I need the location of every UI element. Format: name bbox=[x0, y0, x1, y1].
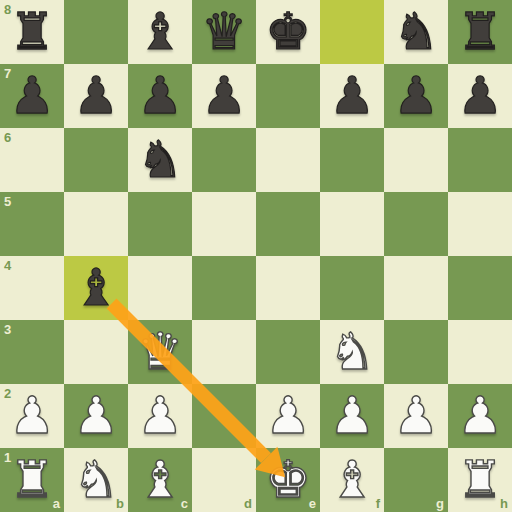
piece-white-bishop[interactable]: ♝ bbox=[329, 448, 375, 512]
square-d5[interactable] bbox=[192, 192, 256, 256]
square-a7[interactable]: 7♟ bbox=[0, 64, 64, 128]
square-a1[interactable]: 1a♜ bbox=[0, 448, 64, 512]
piece-black-queen[interactable]: ♛ bbox=[201, 0, 247, 64]
square-c3[interactable]: ♛ bbox=[128, 320, 192, 384]
square-d8[interactable]: ♛ bbox=[192, 0, 256, 64]
square-f1[interactable]: f♝ bbox=[320, 448, 384, 512]
square-g6[interactable] bbox=[384, 128, 448, 192]
square-e8[interactable]: ♚ bbox=[256, 0, 320, 64]
square-f8[interactable] bbox=[320, 0, 384, 64]
square-g5[interactable] bbox=[384, 192, 448, 256]
square-e1[interactable]: e♚ bbox=[256, 448, 320, 512]
chess-board: 8♜♝♛♚♞♜7♟♟♟♟♟♟♟6♞54♝3♛♞2♟♟♟♟♟♟♟1a♜b♞c♝de… bbox=[0, 0, 512, 512]
square-a2[interactable]: 2♟ bbox=[0, 384, 64, 448]
piece-white-king[interactable]: ♚ bbox=[265, 448, 311, 512]
square-a8[interactable]: 8♜ bbox=[0, 0, 64, 64]
square-h3[interactable] bbox=[448, 320, 512, 384]
square-a5[interactable]: 5 bbox=[0, 192, 64, 256]
piece-black-king[interactable]: ♚ bbox=[265, 0, 311, 64]
square-e4[interactable] bbox=[256, 256, 320, 320]
file-label-e: e bbox=[309, 496, 316, 511]
square-d3[interactable] bbox=[192, 320, 256, 384]
square-c6[interactable]: ♞ bbox=[128, 128, 192, 192]
square-g3[interactable] bbox=[384, 320, 448, 384]
square-h2[interactable]: ♟ bbox=[448, 384, 512, 448]
square-c2[interactable]: ♟ bbox=[128, 384, 192, 448]
square-f7[interactable]: ♟ bbox=[320, 64, 384, 128]
piece-black-pawn[interactable]: ♟ bbox=[329, 64, 375, 128]
piece-white-pawn[interactable]: ♟ bbox=[9, 384, 55, 448]
file-label-g: g bbox=[436, 496, 444, 511]
square-g7[interactable]: ♟ bbox=[384, 64, 448, 128]
file-label-b: b bbox=[116, 496, 124, 511]
square-e2[interactable]: ♟ bbox=[256, 384, 320, 448]
square-c1[interactable]: c♝ bbox=[128, 448, 192, 512]
square-d6[interactable] bbox=[192, 128, 256, 192]
piece-black-pawn[interactable]: ♟ bbox=[137, 64, 183, 128]
square-h6[interactable] bbox=[448, 128, 512, 192]
square-d2[interactable] bbox=[192, 384, 256, 448]
square-e6[interactable] bbox=[256, 128, 320, 192]
square-c7[interactable]: ♟ bbox=[128, 64, 192, 128]
square-d7[interactable]: ♟ bbox=[192, 64, 256, 128]
rank-label-4: 4 bbox=[4, 258, 11, 273]
square-f5[interactable] bbox=[320, 192, 384, 256]
square-f6[interactable] bbox=[320, 128, 384, 192]
piece-black-bishop[interactable]: ♝ bbox=[137, 0, 183, 64]
square-a4[interactable]: 4 bbox=[0, 256, 64, 320]
square-d1[interactable]: d bbox=[192, 448, 256, 512]
file-label-a: a bbox=[53, 496, 60, 511]
piece-white-pawn[interactable]: ♟ bbox=[265, 384, 311, 448]
square-b5[interactable] bbox=[64, 192, 128, 256]
piece-black-rook[interactable]: ♜ bbox=[457, 0, 503, 64]
square-a6[interactable]: 6 bbox=[0, 128, 64, 192]
square-b4[interactable]: ♝ bbox=[64, 256, 128, 320]
square-h8[interactable]: ♜ bbox=[448, 0, 512, 64]
square-g2[interactable]: ♟ bbox=[384, 384, 448, 448]
file-label-f: f bbox=[376, 496, 380, 511]
piece-black-pawn[interactable]: ♟ bbox=[457, 64, 503, 128]
square-f2[interactable]: ♟ bbox=[320, 384, 384, 448]
file-label-d: d bbox=[244, 496, 252, 511]
piece-black-knight[interactable]: ♞ bbox=[137, 128, 183, 192]
piece-white-pawn[interactable]: ♟ bbox=[137, 384, 183, 448]
piece-black-pawn[interactable]: ♟ bbox=[393, 64, 439, 128]
piece-white-queen[interactable]: ♛ bbox=[137, 320, 183, 384]
square-e7[interactable] bbox=[256, 64, 320, 128]
square-h7[interactable]: ♟ bbox=[448, 64, 512, 128]
square-b7[interactable]: ♟ bbox=[64, 64, 128, 128]
piece-black-rook[interactable]: ♜ bbox=[9, 0, 55, 64]
square-b3[interactable] bbox=[64, 320, 128, 384]
square-h1[interactable]: h♜ bbox=[448, 448, 512, 512]
piece-white-pawn[interactable]: ♟ bbox=[457, 384, 503, 448]
square-e3[interactable] bbox=[256, 320, 320, 384]
piece-black-knight[interactable]: ♞ bbox=[393, 0, 439, 64]
square-c4[interactable] bbox=[128, 256, 192, 320]
file-label-h: h bbox=[500, 496, 508, 511]
piece-white-bishop[interactable]: ♝ bbox=[137, 448, 183, 512]
square-h5[interactable] bbox=[448, 192, 512, 256]
square-b8[interactable] bbox=[64, 0, 128, 64]
square-a3[interactable]: 3 bbox=[0, 320, 64, 384]
square-g4[interactable] bbox=[384, 256, 448, 320]
square-b6[interactable] bbox=[64, 128, 128, 192]
square-g8[interactable]: ♞ bbox=[384, 0, 448, 64]
square-h4[interactable] bbox=[448, 256, 512, 320]
piece-white-knight[interactable]: ♞ bbox=[329, 320, 375, 384]
rank-label-5: 5 bbox=[4, 194, 11, 209]
piece-black-pawn[interactable]: ♟ bbox=[73, 64, 119, 128]
square-b1[interactable]: b♞ bbox=[64, 448, 128, 512]
square-f3[interactable]: ♞ bbox=[320, 320, 384, 384]
rank-label-3: 3 bbox=[4, 322, 11, 337]
piece-white-pawn[interactable]: ♟ bbox=[393, 384, 439, 448]
rank-label-6: 6 bbox=[4, 130, 11, 145]
square-e5[interactable] bbox=[256, 192, 320, 256]
piece-white-rook[interactable]: ♜ bbox=[457, 448, 503, 512]
square-d4[interactable] bbox=[192, 256, 256, 320]
piece-black-bishop[interactable]: ♝ bbox=[73, 256, 119, 320]
square-f4[interactable] bbox=[320, 256, 384, 320]
piece-white-pawn[interactable]: ♟ bbox=[73, 384, 119, 448]
piece-black-pawn[interactable]: ♟ bbox=[201, 64, 247, 128]
square-g1[interactable]: g bbox=[384, 448, 448, 512]
piece-black-pawn[interactable]: ♟ bbox=[9, 64, 55, 128]
square-b2[interactable]: ♟ bbox=[64, 384, 128, 448]
piece-white-rook[interactable]: ♜ bbox=[9, 448, 55, 512]
file-label-c: c bbox=[181, 496, 188, 511]
square-c8[interactable]: ♝ bbox=[128, 0, 192, 64]
piece-white-knight[interactable]: ♞ bbox=[73, 448, 119, 512]
square-c5[interactable] bbox=[128, 192, 192, 256]
piece-white-pawn[interactable]: ♟ bbox=[329, 384, 375, 448]
